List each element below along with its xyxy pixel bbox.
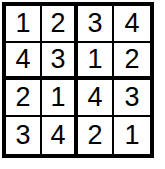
cell-r4c2[interactable]: 4 — [42, 117, 78, 154]
cell-r3c1[interactable]: 2 — [6, 80, 42, 117]
sudoku-board-wrapper: 1 2 3 4 4 3 1 2 2 1 4 3 3 4 2 1 — [0, 0, 165, 160]
cell-r4c4[interactable]: 1 — [114, 117, 150, 154]
cell-r4c3[interactable]: 2 — [78, 117, 114, 154]
cell-r1c3[interactable]: 3 — [78, 6, 114, 43]
cell-r4c1[interactable]: 3 — [6, 117, 42, 154]
cell-r3c2[interactable]: 1 — [42, 80, 78, 117]
cell-r2c4[interactable]: 2 — [114, 43, 150, 80]
cell-r3c3[interactable]: 4 — [78, 80, 114, 117]
cell-r1c1[interactable]: 1 — [6, 6, 42, 43]
cell-r1c2[interactable]: 2 — [42, 6, 78, 43]
cell-r3c4[interactable]: 3 — [114, 80, 150, 117]
sudoku-board: 1 2 3 4 4 3 1 2 2 1 4 3 3 4 2 1 — [2, 2, 154, 158]
cell-r2c2[interactable]: 3 — [42, 43, 78, 80]
cell-r2c3[interactable]: 1 — [78, 43, 114, 80]
cell-r1c4[interactable]: 4 — [114, 6, 150, 43]
cell-r2c1[interactable]: 4 — [6, 43, 42, 80]
